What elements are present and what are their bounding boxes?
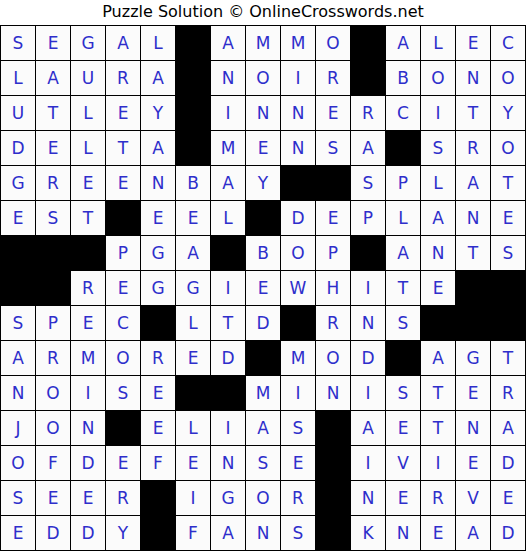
letter-cell-r11c9: I xyxy=(281,376,315,410)
letter-cell-r6c2: S xyxy=(36,201,70,235)
letter-cell-r12c11: A xyxy=(351,411,385,445)
letter-cell-r15c14: A xyxy=(456,516,490,550)
letter-cell-r2c2: A xyxy=(36,61,70,95)
letter-cell-r12c7: I xyxy=(211,411,245,445)
letter-cell-r2c8: O xyxy=(246,61,280,95)
letter-cell-r9c8: D xyxy=(246,306,280,340)
letter-cell-r11c15: R xyxy=(491,376,525,410)
letter-cell-r10c4: O xyxy=(106,341,140,375)
letter-cell-r8c4: E xyxy=(106,271,140,305)
letter-cell-r11c5: E xyxy=(141,376,175,410)
letter-cell-r15c6: F xyxy=(176,516,210,550)
letter-cell-r10c1: A xyxy=(1,341,35,375)
letter-cell-r10c6: E xyxy=(176,341,210,375)
letter-cell-r3c3: L xyxy=(71,96,105,130)
block-cell-r11c6 xyxy=(176,376,210,410)
letter-cell-r12c3: N xyxy=(71,411,105,445)
letter-cell-r9c4: C xyxy=(106,306,140,340)
letter-cell-r14c2: E xyxy=(36,481,70,515)
block-cell-r12c10 xyxy=(316,411,350,445)
letter-cell-r8c7: I xyxy=(211,271,245,305)
letter-cell-r14c14: V xyxy=(456,481,490,515)
block-cell-r7c7 xyxy=(211,236,245,270)
block-cell-r15c10 xyxy=(316,516,350,550)
block-cell-r11c7 xyxy=(211,376,245,410)
letter-cell-r2c4: R xyxy=(106,61,140,95)
block-cell-r1c11 xyxy=(351,26,385,60)
letter-cell-r1c8: M xyxy=(246,26,280,60)
letter-cell-r13c3: D xyxy=(71,446,105,480)
letter-cell-r2c5: A xyxy=(141,61,175,95)
letter-cell-r6c3: T xyxy=(71,201,105,235)
letter-cell-r15c7: A xyxy=(211,516,245,550)
letter-cell-r11c14: E xyxy=(456,376,490,410)
letter-cell-r6c12: L xyxy=(386,201,420,235)
letter-cell-r1c9: M xyxy=(281,26,315,60)
letter-cell-r3c8: N xyxy=(246,96,280,130)
letter-cell-r15c13: E xyxy=(421,516,455,550)
letter-cell-r2c15: O xyxy=(491,61,525,95)
letter-cell-r9c6: L xyxy=(176,306,210,340)
letter-cell-r3c2: T xyxy=(36,96,70,130)
letter-cell-r10c11: D xyxy=(351,341,385,375)
block-cell-r8c15 xyxy=(491,271,525,305)
letter-cell-r14c15: E xyxy=(491,481,525,515)
letter-cell-r10c13: A xyxy=(421,341,455,375)
letter-cell-r4c14: R xyxy=(456,131,490,165)
page-title: Puzzle Solution © OnlineCrosswords.net xyxy=(0,1,526,23)
letter-cell-r3c9: N xyxy=(281,96,315,130)
letter-cell-r3c12: C xyxy=(386,96,420,130)
letter-cell-r1c4: A xyxy=(106,26,140,60)
letter-cell-r11c12: S xyxy=(386,376,420,410)
letter-cell-r9c12: S xyxy=(386,306,420,340)
letter-cell-r9c1: S xyxy=(1,306,35,340)
block-cell-r13c10 xyxy=(316,446,350,480)
letter-cell-r8c10: H xyxy=(316,271,350,305)
letter-cell-r4c7: M xyxy=(211,131,245,165)
letter-cell-r7c10: P xyxy=(316,236,350,270)
letter-cell-r12c12: E xyxy=(386,411,420,445)
letter-cell-r1c1: S xyxy=(1,26,35,60)
letter-cell-r11c3: I xyxy=(71,376,105,410)
letter-cell-r5c1: G xyxy=(1,166,35,200)
letter-cell-r9c3: E xyxy=(71,306,105,340)
block-cell-r7c1 xyxy=(1,236,35,270)
letter-cell-r10c2: R xyxy=(36,341,70,375)
letter-cell-r1c3: G xyxy=(71,26,105,60)
letter-cell-r5c6: B xyxy=(176,166,210,200)
letter-cell-r3c14: T xyxy=(456,96,490,130)
letter-cell-r14c6: I xyxy=(176,481,210,515)
letter-cell-r5c8: Y xyxy=(246,166,280,200)
block-cell-r7c11 xyxy=(351,236,385,270)
letter-cell-r11c1: N xyxy=(1,376,35,410)
block-cell-r2c11 xyxy=(351,61,385,95)
letter-cell-r7c12: A xyxy=(386,236,420,270)
letter-cell-r1c13: L xyxy=(421,26,455,60)
letter-cell-r11c11: I xyxy=(351,376,385,410)
block-cell-r5c10 xyxy=(316,166,350,200)
letter-cell-r10c9: M xyxy=(281,341,315,375)
letter-cell-r1c2: E xyxy=(36,26,70,60)
letter-cell-r1c15: C xyxy=(491,26,525,60)
letter-cell-r7c8: B xyxy=(246,236,280,270)
letter-cell-r10c14: G xyxy=(456,341,490,375)
letter-cell-r5c5: N xyxy=(141,166,175,200)
block-cell-r5c9 xyxy=(281,166,315,200)
block-cell-r9c13 xyxy=(421,306,455,340)
block-cell-r1c6 xyxy=(176,26,210,60)
letter-cell-r14c8: O xyxy=(246,481,280,515)
letter-cell-r2c10: R xyxy=(316,61,350,95)
letter-cell-r1c5: L xyxy=(141,26,175,60)
letter-cell-r9c7: T xyxy=(211,306,245,340)
letter-cell-r5c11: S xyxy=(351,166,385,200)
letter-cell-r12c6: L xyxy=(176,411,210,445)
letter-cell-r3c11: R xyxy=(351,96,385,130)
letter-cell-r4c10: S xyxy=(316,131,350,165)
letter-cell-r14c11: N xyxy=(351,481,385,515)
letter-cell-r4c9: N xyxy=(281,131,315,165)
letter-cell-r15c3: D xyxy=(71,516,105,550)
block-cell-r8c2 xyxy=(36,271,70,305)
letter-cell-r1c12: A xyxy=(386,26,420,60)
letter-cell-r5c4: E xyxy=(106,166,140,200)
block-cell-r2c6 xyxy=(176,61,210,95)
letter-cell-r3c10: E xyxy=(316,96,350,130)
page: Puzzle Solution © OnlineCrosswords.net S… xyxy=(0,0,526,551)
letter-cell-r13c15: D xyxy=(491,446,525,480)
letter-cell-r1c10: O xyxy=(316,26,350,60)
letter-cell-r6c15: E xyxy=(491,201,525,235)
letter-cell-r5c2: R xyxy=(36,166,70,200)
letter-cell-r11c13: T xyxy=(421,376,455,410)
letter-cell-r5c3: E xyxy=(71,166,105,200)
block-cell-r15c5 xyxy=(141,516,175,550)
letter-cell-r13c1: O xyxy=(1,446,35,480)
letter-cell-r6c6: E xyxy=(176,201,210,235)
letter-cell-r15c12: N xyxy=(386,516,420,550)
letter-cell-r10c3: M xyxy=(71,341,105,375)
letter-cell-r10c5: R xyxy=(141,341,175,375)
letter-cell-r4c8: E xyxy=(246,131,280,165)
crossword-grid: SEGALAMMOALECLAURANOIRBONOUTLEYINNERCITY… xyxy=(0,25,526,551)
letter-cell-r11c2: O xyxy=(36,376,70,410)
letter-cell-r6c11: P xyxy=(351,201,385,235)
letter-cell-r13c11: I xyxy=(351,446,385,480)
block-cell-r9c5 xyxy=(141,306,175,340)
letter-cell-r3c13: I xyxy=(421,96,455,130)
letter-cell-r14c1: S xyxy=(1,481,35,515)
letter-cell-r12c9: S xyxy=(281,411,315,445)
letter-cell-r6c9: D xyxy=(281,201,315,235)
letter-cell-r5c7: A xyxy=(211,166,245,200)
letter-cell-r5c13: L xyxy=(421,166,455,200)
letter-cell-r4c15: O xyxy=(491,131,525,165)
letter-cell-r4c3: L xyxy=(71,131,105,165)
letter-cell-r6c5: E xyxy=(141,201,175,235)
letter-cell-r4c1: D xyxy=(1,131,35,165)
letter-cell-r14c9: R xyxy=(281,481,315,515)
block-cell-r10c12 xyxy=(386,341,420,375)
letter-cell-r1c7: A xyxy=(211,26,245,60)
letter-cell-r13c14: E xyxy=(456,446,490,480)
letter-cell-r3c1: U xyxy=(1,96,35,130)
letter-cell-r6c13: A xyxy=(421,201,455,235)
letter-cell-r7c15: S xyxy=(491,236,525,270)
letter-cell-r4c11: A xyxy=(351,131,385,165)
block-cell-r9c14 xyxy=(456,306,490,340)
block-cell-r9c9 xyxy=(281,306,315,340)
letter-cell-r9c10: R xyxy=(316,306,350,340)
letter-cell-r15c8: N xyxy=(246,516,280,550)
letter-cell-r8c12: T xyxy=(386,271,420,305)
block-cell-r6c4 xyxy=(106,201,140,235)
letter-cell-r10c15: T xyxy=(491,341,525,375)
letter-cell-r15c4: Y xyxy=(106,516,140,550)
letter-cell-r10c7: D xyxy=(211,341,245,375)
letter-cell-r15c1: E xyxy=(1,516,35,550)
letter-cell-r12c13: T xyxy=(421,411,455,445)
letter-cell-r2c7: N xyxy=(211,61,245,95)
letter-cell-r12c14: N xyxy=(456,411,490,445)
letter-cell-r5c12: P xyxy=(386,166,420,200)
letter-cell-r8c11: I xyxy=(351,271,385,305)
letter-cell-r12c8: A xyxy=(246,411,280,445)
block-cell-r10c8 xyxy=(246,341,280,375)
letter-cell-r7c9: O xyxy=(281,236,315,270)
letter-cell-r6c14: N xyxy=(456,201,490,235)
letter-cell-r11c8: M xyxy=(246,376,280,410)
letter-cell-r7c4: P xyxy=(106,236,140,270)
letter-cell-r2c13: O xyxy=(421,61,455,95)
letter-cell-r14c3: E xyxy=(71,481,105,515)
letter-cell-r8c9: W xyxy=(281,271,315,305)
letter-cell-r12c5: E xyxy=(141,411,175,445)
letter-cell-r6c1: E xyxy=(1,201,35,235)
letter-cell-r14c12: E xyxy=(386,481,420,515)
letter-cell-r3c15: Y xyxy=(491,96,525,130)
letter-cell-r6c10: E xyxy=(316,201,350,235)
block-cell-r4c6 xyxy=(176,131,210,165)
letter-cell-r13c8: S xyxy=(246,446,280,480)
letter-cell-r13c6: E xyxy=(176,446,210,480)
letter-cell-r14c13: R xyxy=(421,481,455,515)
letter-cell-r13c4: E xyxy=(106,446,140,480)
block-cell-r12c4 xyxy=(106,411,140,445)
letter-cell-r2c3: U xyxy=(71,61,105,95)
letter-cell-r14c4: R xyxy=(106,481,140,515)
block-cell-r9c15 xyxy=(491,306,525,340)
letter-cell-r11c10: N xyxy=(316,376,350,410)
letter-cell-r8c5: G xyxy=(141,271,175,305)
block-cell-r14c10 xyxy=(316,481,350,515)
letter-cell-r15c11: K xyxy=(351,516,385,550)
letter-cell-r8c3: R xyxy=(71,271,105,305)
letter-cell-r4c13: S xyxy=(421,131,455,165)
letter-cell-r2c12: B xyxy=(386,61,420,95)
letter-cell-r7c5: G xyxy=(141,236,175,270)
letter-cell-r8c13: E xyxy=(421,271,455,305)
letter-cell-r8c6: G xyxy=(176,271,210,305)
letter-cell-r2c1: L xyxy=(1,61,35,95)
letter-cell-r3c5: Y xyxy=(141,96,175,130)
block-cell-r8c14 xyxy=(456,271,490,305)
letter-cell-r12c2: O xyxy=(36,411,70,445)
letter-cell-r8c8: E xyxy=(246,271,280,305)
letter-cell-r5c15: T xyxy=(491,166,525,200)
letter-cell-r15c2: D xyxy=(36,516,70,550)
letter-cell-r5c14: A xyxy=(456,166,490,200)
letter-cell-r12c1: J xyxy=(1,411,35,445)
letter-cell-r4c4: T xyxy=(106,131,140,165)
block-cell-r6c8 xyxy=(246,201,280,235)
letter-cell-r7c14: T xyxy=(456,236,490,270)
letter-cell-r2c9: I xyxy=(281,61,315,95)
letter-cell-r4c5: A xyxy=(141,131,175,165)
letter-cell-r6c7: L xyxy=(211,201,245,235)
letter-cell-r9c2: P xyxy=(36,306,70,340)
letter-cell-r14c7: G xyxy=(211,481,245,515)
letter-cell-r3c7: I xyxy=(211,96,245,130)
letter-cell-r9c11: N xyxy=(351,306,385,340)
letter-cell-r15c9: S xyxy=(281,516,315,550)
letter-cell-r13c7: N xyxy=(211,446,245,480)
letter-cell-r7c6: A xyxy=(176,236,210,270)
letter-cell-r15c15: D xyxy=(491,516,525,550)
block-cell-r7c2 xyxy=(36,236,70,270)
block-cell-r8c1 xyxy=(1,271,35,305)
letter-cell-r11c4: S xyxy=(106,376,140,410)
letter-cell-r10c10: O xyxy=(316,341,350,375)
letter-cell-r7c13: N xyxy=(421,236,455,270)
letter-cell-r13c2: F xyxy=(36,446,70,480)
block-cell-r4c12 xyxy=(386,131,420,165)
letter-cell-r4c2: E xyxy=(36,131,70,165)
letter-cell-r13c5: F xyxy=(141,446,175,480)
block-cell-r14c5 xyxy=(141,481,175,515)
letter-cell-r1c14: E xyxy=(456,26,490,60)
block-cell-r7c3 xyxy=(71,236,105,270)
letter-cell-r12c15: A xyxy=(491,411,525,445)
block-cell-r3c6 xyxy=(176,96,210,130)
letter-cell-r13c9: E xyxy=(281,446,315,480)
letter-cell-r13c13: I xyxy=(421,446,455,480)
letter-cell-r2c14: N xyxy=(456,61,490,95)
letter-cell-r3c4: E xyxy=(106,96,140,130)
letter-cell-r13c12: V xyxy=(386,446,420,480)
